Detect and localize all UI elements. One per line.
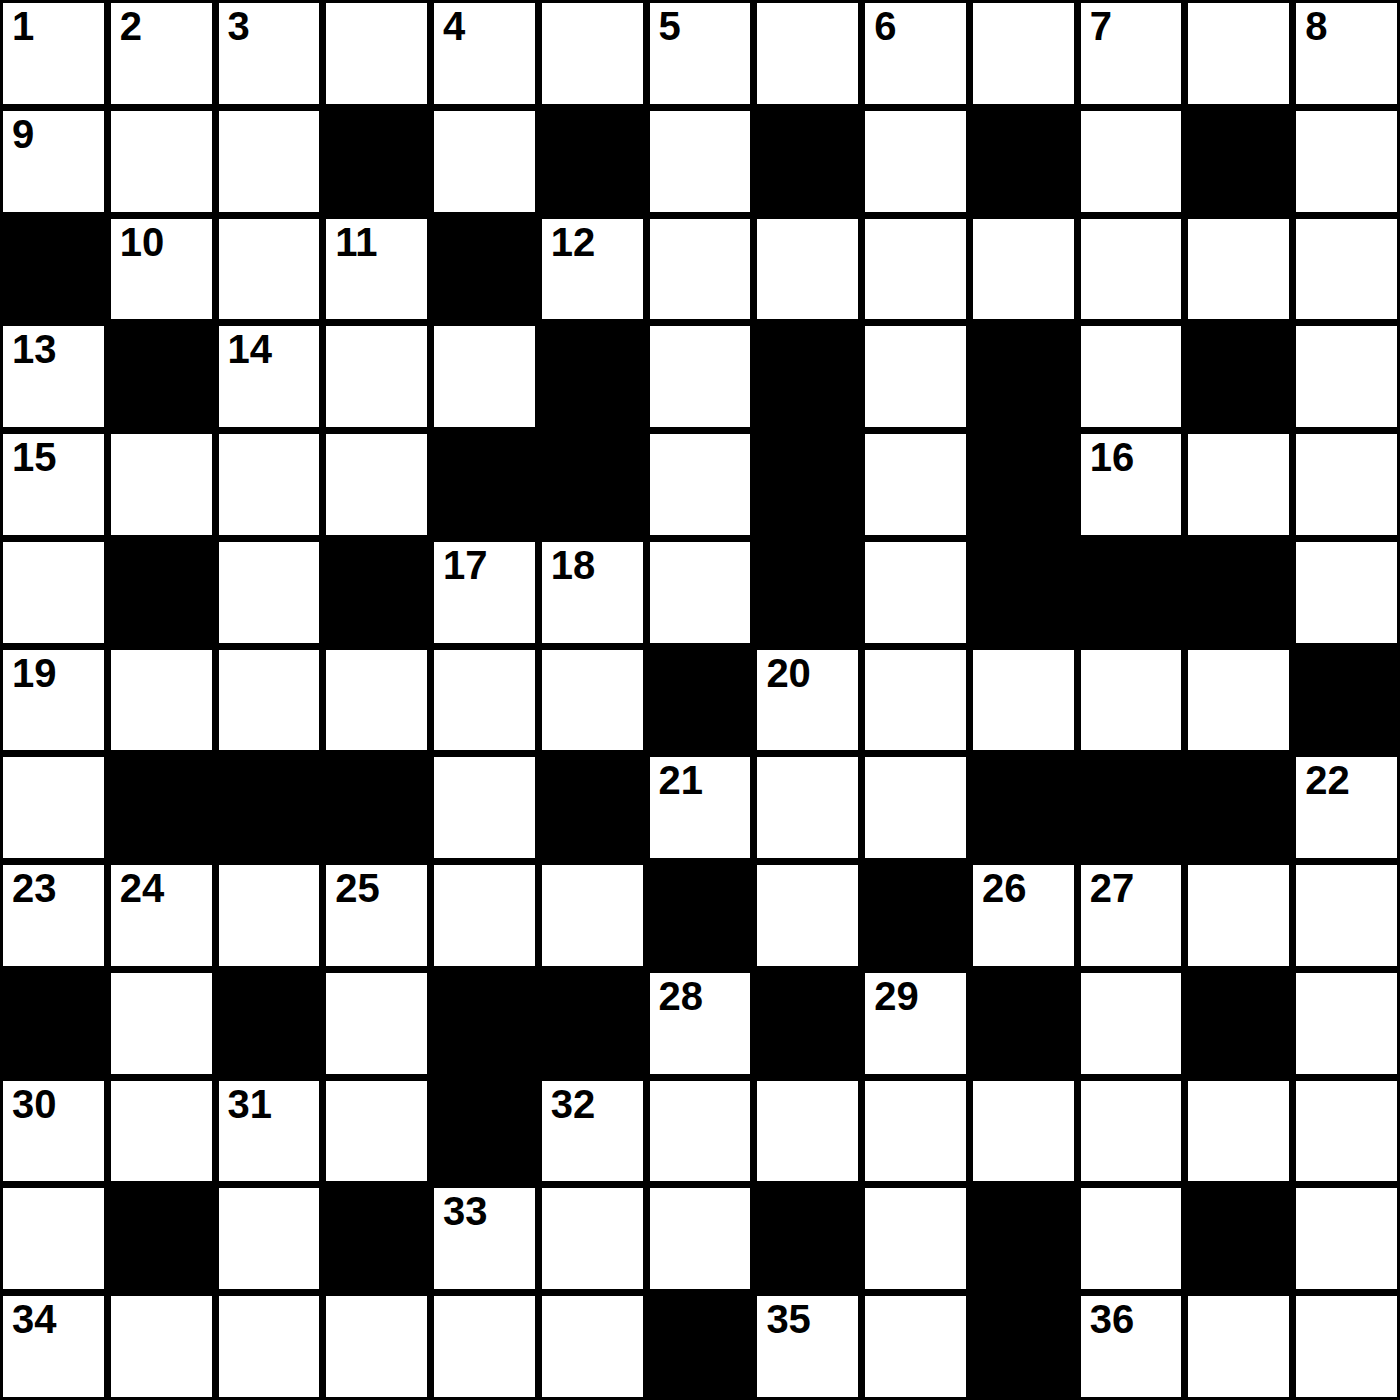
black-cell-r7c5: [542, 757, 643, 858]
clue-number-8: 8: [1305, 6, 1327, 46]
white-cell-r9c6[interactable]: 28: [650, 973, 751, 1074]
white-cell-r12c10[interactable]: 36: [1081, 1296, 1182, 1397]
white-cell-r0c4[interactable]: 4: [434, 3, 535, 104]
clue-number-11: 11: [335, 222, 377, 262]
black-cell-r5c7: [757, 542, 858, 643]
white-cell-r10c9[interactable]: [973, 1081, 1074, 1182]
white-cell-r0c8[interactable]: 6: [865, 3, 966, 104]
clue-number-28: 28: [659, 976, 704, 1016]
black-cell-r9c11: [1188, 973, 1289, 1074]
clue-number-17: 17: [443, 545, 488, 585]
black-cell-r1c5: [542, 111, 643, 212]
white-cell-r11c8[interactable]: [865, 1188, 966, 1289]
black-cell-r5c10: [1081, 542, 1182, 643]
white-cell-r5c6[interactable]: [650, 542, 751, 643]
white-cell-r12c2[interactable]: [219, 1296, 320, 1397]
white-cell-r8c1[interactable]: 24: [111, 865, 212, 966]
white-cell-r4c6[interactable]: [650, 434, 751, 535]
white-cell-r12c11[interactable]: [1188, 1296, 1289, 1397]
white-cell-r8c2[interactable]: [219, 865, 320, 966]
white-cell-r2c9[interactable]: [973, 219, 1074, 320]
black-cell-r1c11: [1188, 111, 1289, 212]
black-cell-r5c3: [326, 542, 427, 643]
white-cell-r10c7[interactable]: [757, 1081, 858, 1182]
white-cell-r3c3[interactable]: [326, 326, 427, 427]
white-cell-r8c9[interactable]: 26: [973, 865, 1074, 966]
white-cell-r1c12[interactable]: [1296, 111, 1397, 212]
white-cell-r7c7[interactable]: [757, 757, 858, 858]
black-cell-r5c9: [973, 542, 1074, 643]
clue-number-3: 3: [228, 6, 250, 46]
white-cell-r2c2[interactable]: [219, 219, 320, 320]
white-cell-r4c8[interactable]: [865, 434, 966, 535]
white-cell-r5c2[interactable]: [219, 542, 320, 643]
white-cell-r11c10[interactable]: [1081, 1188, 1182, 1289]
white-cell-r5c0[interactable]: [3, 542, 104, 643]
black-cell-r3c7: [757, 326, 858, 427]
clue-number-33: 33: [443, 1191, 488, 1231]
white-cell-r12c0[interactable]: 34: [3, 1296, 104, 1397]
black-cell-r3c5: [542, 326, 643, 427]
clue-number-10: 10: [120, 222, 165, 262]
white-cell-r3c2[interactable]: 14: [219, 326, 320, 427]
black-cell-r10c4: [434, 1081, 535, 1182]
white-cell-r2c6[interactable]: [650, 219, 751, 320]
white-cell-r11c12[interactable]: [1296, 1188, 1397, 1289]
white-cell-r0c5[interactable]: [542, 3, 643, 104]
white-cell-r0c3[interactable]: [326, 3, 427, 104]
white-cell-r10c2[interactable]: 31: [219, 1081, 320, 1182]
white-cell-r8c3[interactable]: 25: [326, 865, 427, 966]
black-cell-r7c11: [1188, 757, 1289, 858]
white-cell-r7c12[interactable]: 22: [1296, 757, 1397, 858]
black-cell-r5c11: [1188, 542, 1289, 643]
white-cell-r0c1[interactable]: 2: [111, 3, 212, 104]
black-cell-r9c0: [3, 973, 104, 1074]
white-cell-r8c7[interactable]: [757, 865, 858, 966]
black-cell-r9c9: [973, 973, 1074, 1074]
white-cell-r0c2[interactable]: 3: [219, 3, 320, 104]
white-cell-r6c9[interactable]: [973, 650, 1074, 751]
white-cell-r1c1[interactable]: [111, 111, 212, 212]
white-cell-r12c7[interactable]: 35: [757, 1296, 858, 1397]
black-cell-r4c7: [757, 434, 858, 535]
black-cell-r11c3: [326, 1188, 427, 1289]
white-cell-r10c11[interactable]: [1188, 1081, 1289, 1182]
white-cell-r6c1[interactable]: [111, 650, 212, 751]
white-cell-r12c3[interactable]: [326, 1296, 427, 1397]
black-cell-r11c9: [973, 1188, 1074, 1289]
white-cell-r5c4[interactable]: 17: [434, 542, 535, 643]
white-cell-r2c8[interactable]: [865, 219, 966, 320]
white-cell-r3c6[interactable]: [650, 326, 751, 427]
clue-number-25: 25: [335, 868, 380, 908]
clue-number-14: 14: [228, 329, 273, 369]
clue-number-4: 4: [443, 6, 465, 46]
white-cell-r12c4[interactable]: [434, 1296, 535, 1397]
white-cell-r1c6[interactable]: [650, 111, 751, 212]
clue-number-6: 6: [874, 6, 896, 46]
white-cell-r2c11[interactable]: [1188, 219, 1289, 320]
white-cell-r6c8[interactable]: [865, 650, 966, 751]
white-cell-r5c8[interactable]: [865, 542, 966, 643]
white-cell-r10c10[interactable]: [1081, 1081, 1182, 1182]
white-cell-r3c0[interactable]: 13: [3, 326, 104, 427]
white-cell-r6c4[interactable]: [434, 650, 535, 751]
white-cell-r6c10[interactable]: [1081, 650, 1182, 751]
white-cell-r10c0[interactable]: 30: [3, 1081, 104, 1182]
white-cell-r12c5[interactable]: [542, 1296, 643, 1397]
clue-number-12: 12: [551, 222, 596, 262]
clue-number-34: 34: [12, 1299, 57, 1339]
white-cell-r11c4[interactable]: 33: [434, 1188, 535, 1289]
white-cell-r5c5[interactable]: 18: [542, 542, 643, 643]
black-cell-r11c7: [757, 1188, 858, 1289]
white-cell-r0c0[interactable]: 1: [3, 3, 104, 104]
white-cell-r12c8[interactable]: [865, 1296, 966, 1397]
white-cell-r4c0[interactable]: 15: [3, 434, 104, 535]
white-cell-r10c3[interactable]: [326, 1081, 427, 1182]
white-cell-r7c4[interactable]: [434, 757, 535, 858]
white-cell-r9c8[interactable]: 29: [865, 973, 966, 1074]
white-cell-r6c0[interactable]: 19: [3, 650, 104, 751]
white-cell-r4c1[interactable]: [111, 434, 212, 535]
white-cell-r1c10[interactable]: [1081, 111, 1182, 212]
white-cell-r8c12[interactable]: [1296, 865, 1397, 966]
black-cell-r7c9: [973, 757, 1074, 858]
clue-number-2: 2: [120, 6, 142, 46]
white-cell-r11c6[interactable]: [650, 1188, 751, 1289]
black-cell-r9c4: [434, 973, 535, 1074]
white-cell-r6c3[interactable]: [326, 650, 427, 751]
black-cell-r1c3: [326, 111, 427, 212]
white-cell-r11c2[interactable]: [219, 1188, 320, 1289]
black-cell-r12c6: [650, 1296, 751, 1397]
clue-number-36: 36: [1090, 1299, 1135, 1339]
black-cell-r8c8: [865, 865, 966, 966]
white-cell-r5c12[interactable]: [1296, 542, 1397, 643]
white-cell-r1c4[interactable]: [434, 111, 535, 212]
clue-number-21: 21: [659, 760, 704, 800]
white-cell-r4c3[interactable]: [326, 434, 427, 535]
white-cell-r2c7[interactable]: [757, 219, 858, 320]
white-cell-r0c9[interactable]: [973, 3, 1074, 104]
black-cell-r9c2: [219, 973, 320, 1074]
black-cell-r4c9: [973, 434, 1074, 535]
white-cell-r4c10[interactable]: 16: [1081, 434, 1182, 535]
white-cell-r7c0[interactable]: [3, 757, 104, 858]
black-cell-r7c10: [1081, 757, 1182, 858]
black-cell-r2c0: [3, 219, 104, 320]
black-cell-r3c1: [111, 326, 212, 427]
clue-number-13: 13: [12, 329, 57, 369]
clue-number-27: 27: [1090, 868, 1135, 908]
black-cell-r12c9: [973, 1296, 1074, 1397]
black-cell-r9c7: [757, 973, 858, 1074]
clue-number-23: 23: [12, 868, 57, 908]
black-cell-r3c11: [1188, 326, 1289, 427]
white-cell-r0c10[interactable]: 7: [1081, 3, 1182, 104]
clue-number-24: 24: [120, 868, 165, 908]
white-cell-r12c12[interactable]: [1296, 1296, 1397, 1397]
white-cell-r11c0[interactable]: [3, 1188, 104, 1289]
white-cell-r10c6[interactable]: [650, 1081, 751, 1182]
white-cell-r0c6[interactable]: 5: [650, 3, 751, 104]
black-cell-r4c5: [542, 434, 643, 535]
white-cell-r3c4[interactable]: [434, 326, 535, 427]
black-cell-r5c1: [111, 542, 212, 643]
white-cell-r6c2[interactable]: [219, 650, 320, 751]
clue-number-7: 7: [1090, 6, 1112, 46]
black-cell-r11c11: [1188, 1188, 1289, 1289]
black-cell-r6c12: [1296, 650, 1397, 751]
white-cell-r0c7[interactable]: [757, 3, 858, 104]
white-cell-r6c11[interactable]: [1188, 650, 1289, 751]
white-cell-r3c8[interactable]: [865, 326, 966, 427]
white-cell-r2c3[interactable]: 11: [326, 219, 427, 320]
white-cell-r12c1[interactable]: [111, 1296, 212, 1397]
clue-number-19: 19: [12, 653, 57, 693]
clue-number-31: 31: [228, 1084, 273, 1124]
white-cell-r1c8[interactable]: [865, 111, 966, 212]
white-cell-r3c12[interactable]: [1296, 326, 1397, 427]
clue-number-18: 18: [551, 545, 596, 585]
white-cell-r10c5[interactable]: 32: [542, 1081, 643, 1182]
black-cell-r7c2: [219, 757, 320, 858]
white-cell-r1c0[interactable]: 9: [3, 111, 104, 212]
black-cell-r3c9: [973, 326, 1074, 427]
white-cell-r10c1[interactable]: [111, 1081, 212, 1182]
black-cell-r1c9: [973, 111, 1074, 212]
clue-number-5: 5: [659, 6, 681, 46]
white-cell-r8c0[interactable]: 23: [3, 865, 104, 966]
white-cell-r4c12[interactable]: [1296, 434, 1397, 535]
white-cell-r4c2[interactable]: [219, 434, 320, 535]
white-cell-r2c5[interactable]: 12: [542, 219, 643, 320]
white-cell-r8c5[interactable]: [542, 865, 643, 966]
clue-number-20: 20: [766, 653, 811, 693]
black-cell-r11c1: [111, 1188, 212, 1289]
clue-number-1: 1: [12, 6, 34, 46]
white-cell-r7c8[interactable]: [865, 757, 966, 858]
black-cell-r2c4: [434, 219, 535, 320]
clue-number-29: 29: [874, 976, 919, 1016]
white-cell-r9c1[interactable]: [111, 973, 212, 1074]
clue-number-9: 9: [12, 114, 34, 154]
white-cell-r3c10[interactable]: [1081, 326, 1182, 427]
clue-number-32: 32: [551, 1084, 596, 1124]
white-cell-r9c3[interactable]: [326, 973, 427, 1074]
white-cell-r2c10[interactable]: [1081, 219, 1182, 320]
white-cell-r10c12[interactable]: [1296, 1081, 1397, 1182]
white-cell-r10c8[interactable]: [865, 1081, 966, 1182]
black-cell-r9c5: [542, 973, 643, 1074]
white-cell-r9c10[interactable]: [1081, 973, 1182, 1074]
white-cell-r8c4[interactable]: [434, 865, 535, 966]
clue-number-16: 16: [1090, 437, 1135, 477]
white-cell-r2c12[interactable]: [1296, 219, 1397, 320]
black-cell-r6c6: [650, 650, 751, 751]
clue-number-26: 26: [982, 868, 1027, 908]
black-cell-r7c3: [326, 757, 427, 858]
black-cell-r7c1: [111, 757, 212, 858]
white-cell-r2c1[interactable]: 10: [111, 219, 212, 320]
white-cell-r8c10[interactable]: 27: [1081, 865, 1182, 966]
white-cell-r8c11[interactable]: [1188, 865, 1289, 966]
white-cell-r7c6[interactable]: 21: [650, 757, 751, 858]
white-cell-r6c5[interactable]: [542, 650, 643, 751]
white-cell-r11c5[interactable]: [542, 1188, 643, 1289]
white-cell-r9c12[interactable]: [1296, 973, 1397, 1074]
clue-number-15: 15: [12, 437, 57, 477]
clue-number-22: 22: [1305, 760, 1350, 800]
black-cell-r1c7: [757, 111, 858, 212]
white-cell-r4c11[interactable]: [1188, 434, 1289, 535]
white-cell-r1c2[interactable]: [219, 111, 320, 212]
clue-number-30: 30: [12, 1084, 57, 1124]
clue-number-35: 35: [766, 1299, 811, 1339]
black-cell-r4c4: [434, 434, 535, 535]
white-cell-r0c11[interactable]: [1188, 3, 1289, 104]
white-cell-r6c7[interactable]: 20: [757, 650, 858, 751]
white-cell-r0c12[interactable]: 8: [1296, 3, 1397, 104]
black-cell-r8c6: [650, 865, 751, 966]
crossword-grid: 1234567891011121314151617181920212223242…: [0, 0, 1400, 1400]
